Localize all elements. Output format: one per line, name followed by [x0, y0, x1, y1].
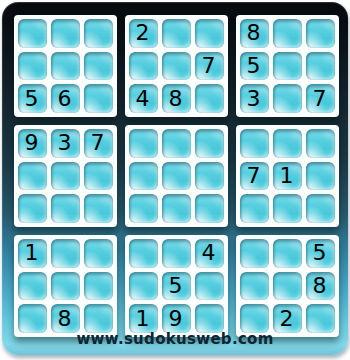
cell-r5c1[interactable] [18, 162, 47, 191]
given-digit: 6 [58, 88, 72, 110]
box-1-1: 56 [14, 15, 117, 117]
given-digit: 5 [25, 88, 39, 110]
box-2-3: 71 [236, 125, 339, 227]
cell-r4c6[interactable] [195, 129, 224, 158]
cell-r8c3[interactable] [84, 272, 113, 301]
cell-r2c4[interactable] [129, 52, 158, 81]
cell-r3c3[interactable] [84, 84, 113, 113]
cell-r1c7: 8 [240, 19, 269, 48]
cell-r6c3[interactable] [84, 194, 113, 223]
cell-r5c7: 7 [240, 162, 269, 191]
cell-r7c3[interactable] [84, 239, 113, 268]
cell-r6c1[interactable] [18, 194, 47, 223]
cell-r7c7[interactable] [240, 239, 269, 268]
cell-r1c1[interactable] [18, 19, 47, 48]
cell-r7c4[interactable] [129, 239, 158, 268]
box-2-1: 937 [14, 125, 117, 227]
cell-r5c5[interactable] [162, 162, 191, 191]
given-digit: 1 [280, 165, 294, 187]
cell-r2c6: 7 [195, 52, 224, 81]
cell-r6c8[interactable] [273, 194, 302, 223]
cell-r2c8[interactable] [273, 52, 302, 81]
cell-r1c9[interactable] [306, 19, 335, 48]
cell-r9c7[interactable] [240, 304, 269, 333]
sudoku-board-frame: 562748853793771184519582 www.sudokusweb.… [2, 2, 348, 355]
cell-r1c4: 2 [129, 19, 158, 48]
given-digit: 2 [280, 308, 294, 330]
box-1-2: 2748 [125, 15, 228, 117]
cell-r3c9: 7 [306, 84, 335, 113]
given-digit: 7 [247, 165, 261, 187]
given-digit: 3 [58, 132, 72, 154]
cell-r2c5[interactable] [162, 52, 191, 81]
cell-r3c2: 6 [51, 84, 80, 113]
cell-r2c3[interactable] [84, 52, 113, 81]
cell-r7c6: 4 [195, 239, 224, 268]
cell-r4c3: 7 [84, 129, 113, 158]
given-digit: 8 [58, 308, 72, 330]
cell-r2c1[interactable] [18, 52, 47, 81]
given-digit: 4 [202, 242, 216, 264]
cell-r2c9[interactable] [306, 52, 335, 81]
given-digit: 7 [91, 132, 105, 154]
given-digit: 9 [169, 308, 183, 330]
given-digit: 5 [313, 242, 327, 264]
given-digit: 7 [202, 55, 216, 77]
cell-r4c7[interactable] [240, 129, 269, 158]
cell-r8c1[interactable] [18, 272, 47, 301]
website-link[interactable]: www.sudokusweb.com [2, 330, 348, 348]
given-digit: 7 [313, 88, 327, 110]
given-digit: 5 [247, 55, 261, 77]
given-digit: 9 [25, 132, 39, 154]
cell-r9c2: 8 [51, 304, 80, 333]
cell-r9c8: 2 [273, 304, 302, 333]
cell-r5c9[interactable] [306, 162, 335, 191]
cell-r3c1: 5 [18, 84, 47, 113]
page: 562748853793771184519582 www.sudokusweb.… [0, 0, 350, 360]
cell-r1c8[interactable] [273, 19, 302, 48]
cell-r2c7: 5 [240, 52, 269, 81]
cell-r8c5: 5 [162, 272, 191, 301]
cell-r5c4[interactable] [129, 162, 158, 191]
cell-r8c2[interactable] [51, 272, 80, 301]
cell-r6c6[interactable] [195, 194, 224, 223]
cell-r6c7[interactable] [240, 194, 269, 223]
cell-r3c6[interactable] [195, 84, 224, 113]
given-digit: 2 [136, 22, 150, 44]
given-digit: 3 [247, 88, 261, 110]
cell-r5c8: 1 [273, 162, 302, 191]
cell-r8c9: 8 [306, 272, 335, 301]
cell-r8c6[interactable] [195, 272, 224, 301]
cell-r8c4[interactable] [129, 272, 158, 301]
given-digit: 4 [136, 88, 150, 110]
sudoku-grid: 562748853793771184519582 [14, 15, 339, 337]
cell-r4c9[interactable] [306, 129, 335, 158]
given-digit: 1 [25, 242, 39, 264]
cell-r1c3[interactable] [84, 19, 113, 48]
cell-r6c2[interactable] [51, 194, 80, 223]
cell-r3c4: 4 [129, 84, 158, 113]
cell-r7c5[interactable] [162, 239, 191, 268]
cell-r6c4[interactable] [129, 194, 158, 223]
cell-r5c3[interactable] [84, 162, 113, 191]
box-3-3: 582 [236, 235, 339, 337]
cell-r6c9[interactable] [306, 194, 335, 223]
given-digit: 1 [136, 308, 150, 330]
cell-r1c2[interactable] [51, 19, 80, 48]
cell-r7c8[interactable] [273, 239, 302, 268]
cell-r9c1[interactable] [18, 304, 47, 333]
cell-r9c9[interactable] [306, 304, 335, 333]
given-digit: 5 [169, 275, 183, 297]
cell-r4c5[interactable] [162, 129, 191, 158]
cell-r3c5: 8 [162, 84, 191, 113]
given-digit: 8 [313, 275, 327, 297]
cell-r3c8[interactable] [273, 84, 302, 113]
given-digit: 8 [169, 88, 183, 110]
cell-r3c7: 3 [240, 84, 269, 113]
box-3-1: 18 [14, 235, 117, 337]
cell-r4c8[interactable] [273, 129, 302, 158]
cell-r9c5: 9 [162, 304, 191, 333]
given-digit: 8 [247, 22, 261, 44]
box-3-2: 4519 [125, 235, 228, 337]
cell-r7c1: 1 [18, 239, 47, 268]
cell-r8c7[interactable] [240, 272, 269, 301]
cell-r9c6[interactable] [195, 304, 224, 333]
box-1-3: 8537 [236, 15, 339, 117]
cell-r1c5[interactable] [162, 19, 191, 48]
cell-r1c6[interactable] [195, 19, 224, 48]
box-2-2 [125, 125, 228, 227]
cell-r7c9: 5 [306, 239, 335, 268]
cell-r8c8[interactable] [273, 272, 302, 301]
cell-r6c5[interactable] [162, 194, 191, 223]
cell-r7c2[interactable] [51, 239, 80, 268]
cell-r5c2[interactable] [51, 162, 80, 191]
cell-r9c4: 1 [129, 304, 158, 333]
cell-r4c4[interactable] [129, 129, 158, 158]
cell-r9c3[interactable] [84, 304, 113, 333]
cell-r2c2[interactable] [51, 52, 80, 81]
cell-r4c2: 3 [51, 129, 80, 158]
cell-r5c6[interactable] [195, 162, 224, 191]
cell-r4c1: 9 [18, 129, 47, 158]
